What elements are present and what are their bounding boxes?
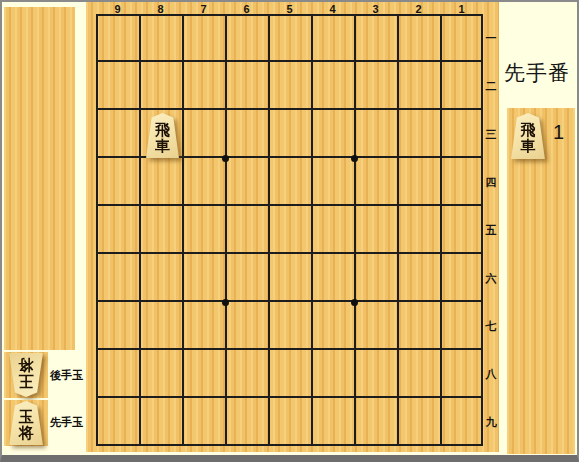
row-label: 四 [483, 158, 499, 206]
piece-kanji: 車 [155, 138, 170, 154]
sente-king-piece[interactable]: 玉 将 [8, 401, 44, 445]
row-label: 八 [483, 350, 499, 398]
board-piece-hisha[interactable]: 飛車 [145, 113, 180, 158]
sente-hand-tray: 飛 車 1 [507, 108, 575, 454]
row-label: 五 [483, 206, 499, 254]
piece-kanji: 車 [521, 138, 536, 154]
gote-king-selector[interactable]: 王 将 [4, 352, 48, 398]
row-label: 六 [483, 254, 499, 302]
gote-hand-tray [4, 7, 75, 350]
row-labels: 一二三四五六七八九 [483, 14, 499, 446]
gote-king-piece[interactable]: 王 将 [8, 353, 44, 397]
piece-kanji: 将 [19, 357, 34, 373]
hand-rook-count: 1 [553, 120, 573, 144]
piece-kanji: 飛 [155, 122, 170, 138]
star-point [351, 155, 358, 162]
row-label: 三 [483, 110, 499, 158]
star-point [222, 299, 229, 306]
row-label: 七 [483, 302, 499, 350]
star-point [222, 155, 229, 162]
row-label: 九 [483, 398, 499, 446]
piece-kanji: 将 [19, 425, 34, 441]
piece-kanji: 王 [19, 373, 34, 389]
sente-king-label: 先手玉 [50, 415, 86, 429]
gote-king-label: 後手玉 [50, 368, 86, 382]
row-label: 二 [483, 62, 499, 110]
row-label: 一 [483, 14, 499, 62]
shogi-board[interactable]: 飛車 [96, 14, 483, 446]
hand-rook-piece[interactable]: 飛 車 [510, 113, 546, 159]
sente-king-selector[interactable]: 玉 将 [4, 400, 48, 446]
piece-kanji: 玉 [19, 409, 34, 425]
turn-indicator: 先手番 [504, 59, 579, 85]
star-point [351, 299, 358, 306]
piece-kanji: 飛 [521, 122, 536, 138]
